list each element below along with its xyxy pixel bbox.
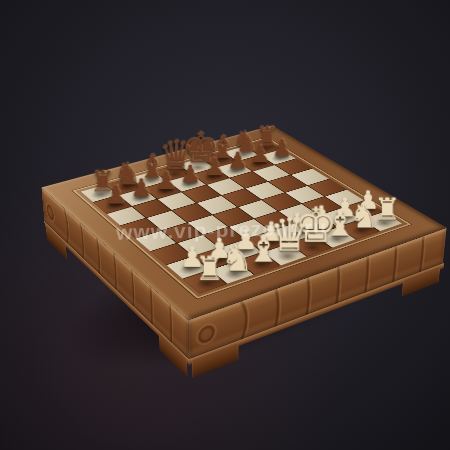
bracket-foot xyxy=(192,340,239,377)
piece-black-pawn[interactable]: ♟ xyxy=(68,182,164,207)
piece-white-rook[interactable]: ♜ xyxy=(155,253,264,286)
bracket-foot xyxy=(46,223,67,260)
bracket-foot xyxy=(402,264,441,297)
bracket-foot xyxy=(159,331,187,378)
